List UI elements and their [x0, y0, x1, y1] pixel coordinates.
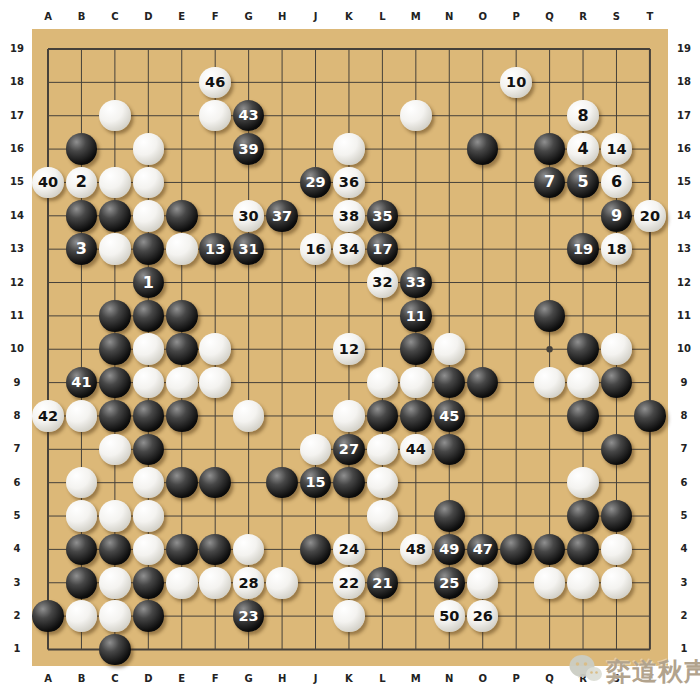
move-number: 12 [339, 342, 359, 357]
white-stone-B8 [66, 400, 98, 432]
white-stone-L7 [367, 434, 399, 466]
coord-label-right-16: 16 [677, 144, 691, 154]
black-stone-Q16 [534, 133, 566, 165]
black-stone-N5 [434, 500, 466, 532]
move-number: 43 [239, 108, 259, 123]
coord-label-left-7: 7 [14, 444, 21, 454]
move-number: 23 [239, 609, 259, 624]
black-stone-D13 [133, 233, 165, 265]
coord-label-top-R: R [579, 12, 587, 22]
black-stone-S7 [601, 434, 633, 466]
black-stone-E10 [166, 333, 198, 365]
move-number: 4 [577, 141, 588, 157]
white-stone-L5 [367, 500, 399, 532]
white-stone-K2 [333, 600, 365, 632]
black-stone-S5 [601, 500, 633, 532]
black-stone-C11 [99, 300, 131, 332]
coord-label-right-13: 13 [677, 244, 691, 254]
black-stone-P4 [500, 534, 532, 566]
white-stone-O3 [467, 567, 499, 599]
white-stone-D10 [133, 333, 165, 365]
coord-label-bottom-G: G [245, 674, 253, 684]
coord-label-right-6: 6 [681, 478, 688, 488]
coord-label-right-8: 8 [681, 411, 688, 421]
black-stone-M12: 33 [400, 267, 432, 299]
black-stone-G2: 23 [233, 600, 265, 632]
black-stone-L13: 17 [367, 233, 399, 265]
white-stone-K14: 38 [333, 200, 365, 232]
move-number: 47 [473, 542, 493, 557]
white-stone-D16 [133, 133, 165, 165]
white-stone-R3 [567, 567, 599, 599]
coord-label-left-1: 1 [14, 644, 21, 654]
black-stone-A2 [32, 600, 64, 632]
move-number: 40 [38, 175, 58, 190]
coord-label-top-B: B [78, 12, 86, 22]
white-stone-R6 [567, 467, 599, 499]
black-stone-D3 [133, 567, 165, 599]
move-number: 17 [372, 242, 392, 257]
white-stone-N2: 50 [434, 600, 466, 632]
black-stone-B3 [66, 567, 98, 599]
move-number: 7 [544, 174, 555, 190]
black-stone-N3: 25 [434, 567, 466, 599]
white-stone-R17: 8 [567, 100, 599, 132]
black-stone-C8 [99, 400, 131, 432]
coord-label-bottom-N: N [445, 674, 453, 684]
coord-label-left-15: 15 [10, 177, 24, 187]
coord-label-left-10: 10 [10, 344, 24, 354]
coord-label-bottom-H: H [278, 674, 286, 684]
move-number: 13 [205, 242, 225, 257]
move-number: 19 [573, 242, 593, 257]
coord-label-left-12: 12 [10, 278, 24, 288]
white-stone-J7 [300, 434, 332, 466]
move-number: 10 [506, 75, 526, 90]
coord-label-right-3: 3 [681, 578, 688, 588]
black-stone-D12: 1 [133, 267, 165, 299]
coord-label-right-9: 9 [681, 378, 688, 388]
black-stone-D11 [133, 300, 165, 332]
white-stone-O2: 26 [467, 600, 499, 632]
white-stone-K4: 24 [333, 534, 365, 566]
black-stone-D2 [133, 600, 165, 632]
white-stone-C3 [99, 567, 131, 599]
black-stone-C9 [99, 367, 131, 399]
move-number: 42 [38, 409, 58, 424]
coord-label-bottom-C: C [111, 674, 118, 684]
move-number: 14 [606, 142, 626, 157]
black-stone-N9 [434, 367, 466, 399]
black-stone-D8 [133, 400, 165, 432]
coord-label-right-7: 7 [681, 444, 688, 454]
coord-label-right-5: 5 [681, 511, 688, 521]
white-stone-K15: 36 [333, 167, 365, 199]
white-stone-F9 [199, 367, 231, 399]
go-diagram: AABBCCDDEEFFGGHHJJKKLLMMNNOOPPQQRRSSTT19… [0, 0, 700, 700]
black-stone-R5 [567, 500, 599, 532]
black-stone-L8 [367, 400, 399, 432]
black-stone-E6 [166, 467, 198, 499]
move-number: 5 [577, 174, 588, 190]
white-stone-F10 [199, 333, 231, 365]
black-stone-R10 [567, 333, 599, 365]
black-stone-K6 [333, 467, 365, 499]
black-stone-E8 [166, 400, 198, 432]
black-stone-E14 [166, 200, 198, 232]
white-stone-K16 [333, 133, 365, 165]
move-number: 1 [143, 275, 154, 291]
coord-label-left-13: 13 [10, 244, 24, 254]
coord-label-left-14: 14 [10, 211, 24, 221]
white-stone-M4: 48 [400, 534, 432, 566]
white-stone-S4 [601, 534, 633, 566]
move-number: 27 [339, 442, 359, 457]
move-number: 46 [205, 75, 225, 90]
move-number: 50 [439, 609, 459, 624]
coord-label-left-9: 9 [14, 378, 21, 388]
coord-label-bottom-R: R [579, 674, 587, 684]
move-number: 22 [339, 576, 359, 591]
black-stone-K7: 27 [333, 434, 365, 466]
coord-label-bottom-F: F [212, 674, 219, 684]
move-number: 24 [339, 542, 359, 557]
coord-label-bottom-B: B [78, 674, 86, 684]
white-stone-E3 [166, 567, 198, 599]
move-number: 45 [439, 409, 459, 424]
coord-label-left-4: 4 [14, 544, 21, 554]
white-stone-P18: 10 [500, 67, 532, 99]
move-number: 9 [611, 208, 622, 224]
white-stone-C17 [99, 100, 131, 132]
black-stone-H14: 37 [266, 200, 298, 232]
white-stone-M9 [400, 367, 432, 399]
coord-label-right-12: 12 [677, 278, 691, 288]
move-number: 25 [439, 576, 459, 591]
black-stone-G13: 31 [233, 233, 265, 265]
white-stone-S13: 18 [601, 233, 633, 265]
coord-label-right-19: 19 [677, 44, 691, 54]
white-stone-S10 [601, 333, 633, 365]
white-stone-D14 [133, 200, 165, 232]
coord-label-top-C: C [111, 12, 118, 22]
white-stone-E9 [166, 367, 198, 399]
white-stone-A15: 40 [32, 167, 64, 199]
coord-label-top-Q: Q [545, 12, 554, 22]
white-stone-C15 [99, 167, 131, 199]
coord-label-top-O: O [478, 12, 487, 22]
move-number: 3 [76, 241, 87, 257]
black-stone-D7 [133, 434, 165, 466]
move-number: 8 [577, 108, 588, 124]
white-stone-B15: 2 [66, 167, 98, 199]
move-number: 11 [406, 309, 426, 324]
move-number: 20 [640, 209, 660, 224]
coord-label-top-M: M [411, 12, 421, 22]
move-number: 34 [339, 242, 359, 257]
coord-label-right-15: 15 [677, 177, 691, 187]
black-stone-C14 [99, 200, 131, 232]
black-stone-M8 [400, 400, 432, 432]
black-stone-F4 [199, 534, 231, 566]
coord-label-left-2: 2 [14, 611, 21, 621]
move-number: 49 [439, 542, 459, 557]
black-stone-E11 [166, 300, 198, 332]
white-stone-S3 [601, 567, 633, 599]
move-number: 21 [372, 576, 392, 591]
coord-label-top-D: D [144, 12, 152, 22]
black-stone-L14: 35 [367, 200, 399, 232]
coord-label-top-G: G [245, 12, 253, 22]
black-stone-L3: 21 [367, 567, 399, 599]
coord-label-top-T: T [646, 12, 653, 22]
move-number: 15 [305, 475, 325, 490]
black-stone-T8 [634, 400, 666, 432]
move-number: 41 [71, 375, 91, 390]
black-stone-N8: 45 [434, 400, 466, 432]
coord-label-right-4: 4 [681, 544, 688, 554]
move-number: 18 [606, 242, 626, 257]
move-number: 26 [473, 609, 493, 624]
go-board: AABBCCDDEEFFGGHHJJKKLLMMNNOOPPQQRRSSTT19… [0, 0, 700, 700]
coord-label-top-S: S [613, 12, 620, 22]
coord-label-top-P: P [512, 12, 519, 22]
coord-label-left-19: 19 [10, 44, 24, 54]
coord-label-bottom-E: E [178, 674, 185, 684]
white-stone-F18: 46 [199, 67, 231, 99]
white-stone-G3: 28 [233, 567, 265, 599]
star-point-Q10 [546, 346, 552, 352]
white-stone-M17 [400, 100, 432, 132]
white-stone-R9 [567, 367, 599, 399]
black-stone-B13: 3 [66, 233, 98, 265]
coord-label-right-14: 14 [677, 211, 691, 221]
black-stone-B4 [66, 534, 98, 566]
white-stone-H3 [266, 567, 298, 599]
coord-label-right-11: 11 [677, 311, 691, 321]
move-number: 37 [272, 209, 292, 224]
move-number: 33 [406, 275, 426, 290]
coord-label-top-K: K [345, 12, 353, 22]
coord-label-top-L: L [379, 12, 385, 22]
coord-label-top-E: E [178, 12, 185, 22]
move-number: 28 [239, 576, 259, 591]
black-stone-H6 [266, 467, 298, 499]
white-stone-B5 [66, 500, 98, 532]
coord-label-bottom-P: P [512, 674, 519, 684]
white-stone-N10 [434, 333, 466, 365]
coord-label-bottom-T: T [646, 674, 653, 684]
move-number: 30 [239, 209, 259, 224]
coord-label-bottom-J: J [314, 674, 318, 684]
coord-label-right-2: 2 [681, 611, 688, 621]
black-stone-Q11 [534, 300, 566, 332]
white-stone-J13: 16 [300, 233, 332, 265]
black-stone-F13: 13 [199, 233, 231, 265]
move-number: 6 [611, 174, 622, 190]
black-stone-G16: 39 [233, 133, 265, 165]
coord-label-top-A: A [44, 12, 52, 22]
white-stone-K13: 34 [333, 233, 365, 265]
black-stone-N7 [434, 434, 466, 466]
black-stone-M10 [400, 333, 432, 365]
white-stone-C13 [99, 233, 131, 265]
black-stone-B16 [66, 133, 98, 165]
coord-label-left-8: 8 [14, 411, 21, 421]
coord-label-bottom-O: O [478, 674, 487, 684]
move-number: 35 [372, 209, 392, 224]
black-stone-N4: 49 [434, 534, 466, 566]
coord-label-top-H: H [278, 12, 286, 22]
white-stone-G14: 30 [233, 200, 265, 232]
black-stone-B14 [66, 200, 98, 232]
white-stone-D5 [133, 500, 165, 532]
black-stone-R8 [567, 400, 599, 432]
move-number: 48 [406, 542, 426, 557]
move-number: 29 [305, 175, 325, 190]
coord-label-bottom-L: L [379, 674, 385, 684]
black-stone-F6 [199, 467, 231, 499]
coord-label-bottom-M: M [411, 674, 421, 684]
white-stone-G8 [233, 400, 265, 432]
black-stone-C4 [99, 534, 131, 566]
move-number: 44 [406, 442, 426, 457]
coord-label-bottom-S: S [613, 674, 620, 684]
white-stone-B2 [66, 600, 98, 632]
coord-label-bottom-Q: Q [545, 674, 554, 684]
move-number: 36 [339, 175, 359, 190]
black-stone-C10 [99, 333, 131, 365]
white-stone-K3: 22 [333, 567, 365, 599]
coord-label-left-16: 16 [10, 144, 24, 154]
white-stone-R16: 4 [567, 133, 599, 165]
coord-label-right-1: 1 [681, 644, 688, 654]
move-number: 2 [76, 174, 87, 190]
white-stone-A8: 42 [32, 400, 64, 432]
white-stone-C7 [99, 434, 131, 466]
white-stone-C5 [99, 500, 131, 532]
black-stone-S14: 9 [601, 200, 633, 232]
move-number: 39 [239, 142, 259, 157]
coord-label-top-N: N [445, 12, 453, 22]
coord-label-left-17: 17 [10, 111, 24, 121]
black-stone-R13: 19 [567, 233, 599, 265]
coord-label-left-5: 5 [14, 511, 21, 521]
white-stone-C2 [99, 600, 131, 632]
coord-label-top-F: F [212, 12, 219, 22]
white-stone-K8 [333, 400, 365, 432]
black-stone-R15: 5 [567, 167, 599, 199]
black-stone-R4 [567, 534, 599, 566]
coord-label-left-18: 18 [10, 77, 24, 87]
coord-label-left-6: 6 [14, 478, 21, 488]
move-number: 31 [239, 242, 259, 257]
white-stone-F3 [199, 567, 231, 599]
coord-label-left-3: 3 [14, 578, 21, 588]
white-stone-D4 [133, 534, 165, 566]
black-stone-M11: 11 [400, 300, 432, 332]
coord-label-right-18: 18 [677, 77, 691, 87]
coord-label-bottom-D: D [144, 674, 152, 684]
coord-label-right-17: 17 [677, 111, 691, 121]
move-number: 16 [305, 242, 325, 257]
black-stone-C1 [99, 634, 131, 666]
black-stone-O16 [467, 133, 499, 165]
white-stone-D15 [133, 167, 165, 199]
coord-label-left-11: 11 [10, 311, 24, 321]
coord-label-bottom-K: K [345, 674, 353, 684]
move-number: 32 [372, 275, 392, 290]
coord-label-bottom-A: A [44, 674, 52, 684]
white-stone-M7: 44 [400, 434, 432, 466]
white-stone-S16: 14 [601, 133, 633, 165]
white-stone-K10: 12 [333, 333, 365, 365]
move-number: 38 [339, 209, 359, 224]
coord-label-top-J: J [314, 12, 318, 22]
white-stone-E13 [166, 233, 198, 265]
white-stone-T14: 20 [634, 200, 666, 232]
coord-label-right-10: 10 [677, 344, 691, 354]
white-stone-Q3 [534, 567, 566, 599]
black-stone-E4 [166, 534, 198, 566]
